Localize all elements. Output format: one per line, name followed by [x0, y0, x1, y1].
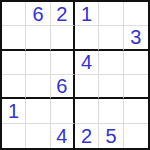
given-digit: 3 [130, 27, 141, 47]
cell-r3c6[interactable] [124, 51, 148, 75]
cell-r5c5[interactable] [99, 99, 123, 123]
cell-r4c6[interactable] [124, 75, 148, 99]
cell-r4c5[interactable] [99, 75, 123, 99]
cell-r6c5[interactable]: 5 [99, 124, 123, 148]
given-digit: 4 [81, 52, 92, 72]
cell-r1c3[interactable]: 2 [51, 2, 75, 26]
cell-r6c4[interactable]: 2 [75, 124, 99, 148]
cell-r6c1[interactable] [2, 124, 26, 148]
cell-r3c1[interactable] [2, 51, 26, 75]
cell-r1c2[interactable]: 6 [26, 2, 50, 26]
cell-r4c1[interactable] [2, 75, 26, 99]
given-digit: 1 [8, 101, 19, 121]
cell-r2c6[interactable]: 3 [124, 26, 148, 50]
given-digit: 1 [81, 4, 92, 24]
given-digit: 2 [56, 4, 67, 24]
cell-r5c1[interactable]: 1 [2, 99, 26, 123]
cell-r5c2[interactable] [26, 99, 50, 123]
cell-r2c4[interactable] [75, 26, 99, 50]
cell-r1c1[interactable] [2, 2, 26, 26]
given-digit: 2 [81, 126, 92, 146]
cell-r4c4[interactable] [75, 75, 99, 99]
cell-r1c4[interactable]: 1 [75, 2, 99, 26]
cell-r5c4[interactable] [75, 99, 99, 123]
cell-r5c6[interactable] [124, 99, 148, 123]
cell-r3c2[interactable] [26, 51, 50, 75]
given-digit: 5 [105, 126, 116, 146]
cell-r3c3[interactable] [51, 51, 75, 75]
sudoku-board: 6213461425 [0, 0, 150, 150]
given-digit: 6 [56, 76, 67, 96]
cell-r2c3[interactable] [51, 26, 75, 50]
cell-r6c3[interactable]: 4 [51, 124, 75, 148]
cell-r4c3[interactable]: 6 [51, 75, 75, 99]
cell-r3c4[interactable]: 4 [75, 51, 99, 75]
given-digit: 6 [32, 4, 43, 24]
cell-r2c2[interactable] [26, 26, 50, 50]
cell-r1c6[interactable] [124, 2, 148, 26]
cell-r4c2[interactable] [26, 75, 50, 99]
cell-r2c5[interactable] [99, 26, 123, 50]
cell-r2c1[interactable] [2, 26, 26, 50]
given-digit: 4 [56, 126, 67, 146]
cell-r1c5[interactable] [99, 2, 123, 26]
cell-r6c2[interactable] [26, 124, 50, 148]
cell-r3c5[interactable] [99, 51, 123, 75]
cell-r5c3[interactable] [51, 99, 75, 123]
cell-r6c6[interactable] [124, 124, 148, 148]
